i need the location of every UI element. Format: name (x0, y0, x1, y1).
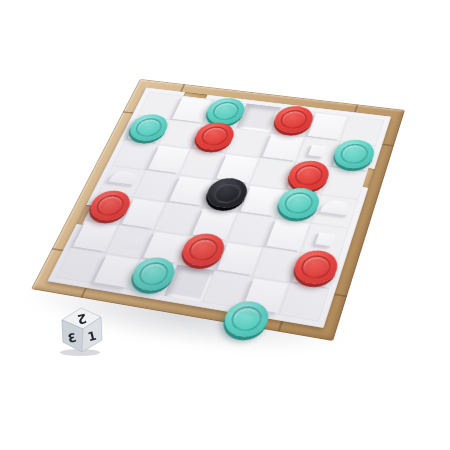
piece-ring (92, 193, 127, 217)
frame-seam (354, 104, 358, 112)
piece-ring (277, 109, 310, 131)
piece-ring (292, 164, 326, 188)
frame-seam (277, 321, 282, 332)
small-square-tile (309, 145, 328, 157)
piece-ring (210, 181, 245, 205)
piece-ring (227, 304, 265, 333)
board-grid (55, 92, 384, 322)
piece-ring (185, 237, 221, 263)
die[interactable]: 2 3 1 (57, 302, 105, 356)
small-square-tile (316, 232, 336, 246)
triangle-tile (115, 233, 145, 250)
piece-ring (210, 101, 243, 122)
piece-ring (135, 261, 172, 288)
piece-ring (298, 254, 334, 281)
piece-ring (198, 125, 231, 147)
semicircle-tile (320, 198, 353, 215)
semicircle-tile (108, 169, 140, 185)
piece-ring (338, 142, 371, 165)
frame-seam (180, 84, 185, 92)
frame-seam (80, 288, 86, 298)
piece-ring (132, 117, 165, 138)
piece-ring (282, 191, 317, 216)
scene: { "game": "Abstract checkers-style disc … (0, 0, 450, 450)
frame-seam (382, 144, 394, 146)
frame-seam (334, 293, 347, 296)
